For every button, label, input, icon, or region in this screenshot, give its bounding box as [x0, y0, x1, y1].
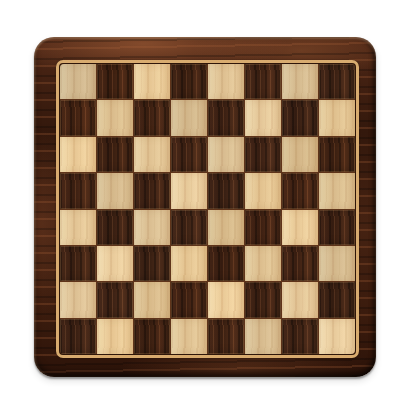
square-h3[interactable] [319, 246, 355, 281]
square-b7[interactable] [97, 100, 133, 135]
square-b3[interactable] [97, 246, 133, 281]
square-e5[interactable] [208, 173, 244, 208]
square-c7[interactable] [134, 100, 170, 135]
square-a6[interactable] [60, 137, 96, 172]
square-g5[interactable] [282, 173, 318, 208]
square-f5[interactable] [245, 173, 281, 208]
maple-inlay-border [56, 60, 359, 358]
square-c4[interactable] [134, 210, 170, 245]
square-d1[interactable] [171, 319, 207, 354]
square-e2[interactable] [208, 282, 244, 317]
square-d6[interactable] [171, 137, 207, 172]
square-h6[interactable] [319, 137, 355, 172]
square-h7[interactable] [319, 100, 355, 135]
square-d3[interactable] [171, 246, 207, 281]
square-a1[interactable] [60, 319, 96, 354]
square-d5[interactable] [171, 173, 207, 208]
square-g8[interactable] [282, 64, 318, 99]
square-a2[interactable] [60, 282, 96, 317]
square-g2[interactable] [282, 282, 318, 317]
square-f8[interactable] [245, 64, 281, 99]
square-h5[interactable] [319, 173, 355, 208]
square-g6[interactable] [282, 137, 318, 172]
board-grid [60, 64, 355, 354]
square-h8[interactable] [319, 64, 355, 99]
square-a4[interactable] [60, 210, 96, 245]
square-b8[interactable] [97, 64, 133, 99]
chess-board [34, 37, 376, 377]
square-e7[interactable] [208, 100, 244, 135]
square-f7[interactable] [245, 100, 281, 135]
square-e4[interactable] [208, 210, 244, 245]
square-g1[interactable] [282, 319, 318, 354]
square-c3[interactable] [134, 246, 170, 281]
square-f6[interactable] [245, 137, 281, 172]
square-b6[interactable] [97, 137, 133, 172]
square-c8[interactable] [134, 64, 170, 99]
square-a8[interactable] [60, 64, 96, 99]
square-d7[interactable] [171, 100, 207, 135]
square-a5[interactable] [60, 173, 96, 208]
square-g4[interactable] [282, 210, 318, 245]
square-e6[interactable] [208, 137, 244, 172]
square-d8[interactable] [171, 64, 207, 99]
square-d2[interactable] [171, 282, 207, 317]
square-f3[interactable] [245, 246, 281, 281]
square-c5[interactable] [134, 173, 170, 208]
square-c1[interactable] [134, 319, 170, 354]
square-a3[interactable] [60, 246, 96, 281]
square-g7[interactable] [282, 100, 318, 135]
square-f4[interactable] [245, 210, 281, 245]
square-h1[interactable] [319, 319, 355, 354]
square-h2[interactable] [319, 282, 355, 317]
square-b5[interactable] [97, 173, 133, 208]
square-a7[interactable] [60, 100, 96, 135]
square-f2[interactable] [245, 282, 281, 317]
chessboard-photo [0, 0, 416, 416]
square-h4[interactable] [319, 210, 355, 245]
square-c6[interactable] [134, 137, 170, 172]
square-e1[interactable] [208, 319, 244, 354]
square-b4[interactable] [97, 210, 133, 245]
square-e8[interactable] [208, 64, 244, 99]
square-b1[interactable] [97, 319, 133, 354]
square-f1[interactable] [245, 319, 281, 354]
square-g3[interactable] [282, 246, 318, 281]
square-d4[interactable] [171, 210, 207, 245]
square-e3[interactable] [208, 246, 244, 281]
square-b2[interactable] [97, 282, 133, 317]
square-c2[interactable] [134, 282, 170, 317]
